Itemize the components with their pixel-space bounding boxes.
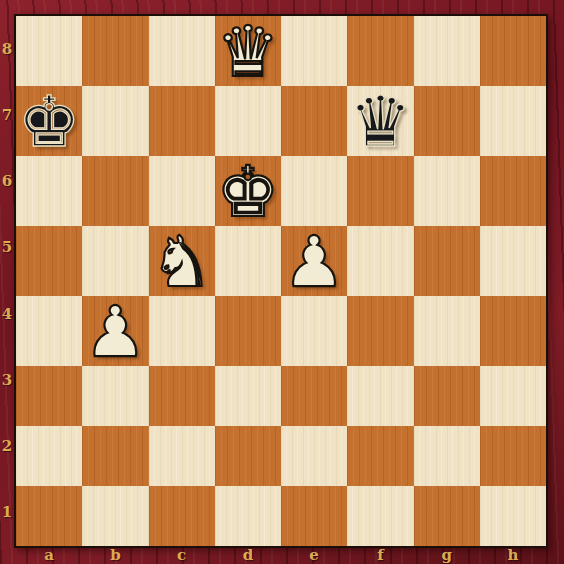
square-a2[interactable] bbox=[16, 426, 82, 486]
rank-label-5: 5 bbox=[0, 215, 14, 281]
square-f2[interactable] bbox=[347, 426, 413, 486]
square-a6[interactable] bbox=[16, 156, 82, 226]
file-label-f: f bbox=[347, 546, 413, 564]
black-queen-f7[interactable]: ♛ bbox=[349, 87, 412, 157]
square-h6[interactable] bbox=[480, 156, 546, 226]
square-c2[interactable] bbox=[149, 426, 215, 486]
rank-label-4: 4 bbox=[0, 281, 14, 347]
square-b1[interactable] bbox=[82, 486, 148, 546]
square-f5[interactable] bbox=[347, 226, 413, 296]
square-h7[interactable] bbox=[480, 86, 546, 156]
square-d1[interactable] bbox=[215, 486, 281, 546]
square-a4[interactable] bbox=[16, 296, 82, 366]
rank-label-7: 7 bbox=[0, 82, 14, 148]
square-c4[interactable] bbox=[149, 296, 215, 366]
white-knight-c5[interactable]: ♞ bbox=[150, 227, 213, 297]
square-d3[interactable] bbox=[215, 366, 281, 426]
square-h3[interactable] bbox=[480, 366, 546, 426]
square-e3[interactable] bbox=[281, 366, 347, 426]
square-b7[interactable] bbox=[82, 86, 148, 156]
square-e7[interactable] bbox=[281, 86, 347, 156]
square-g3[interactable] bbox=[414, 366, 480, 426]
square-c1[interactable] bbox=[149, 486, 215, 546]
square-h8[interactable] bbox=[480, 16, 546, 86]
file-labels: abcdefgh bbox=[16, 546, 546, 564]
square-e4[interactable] bbox=[281, 296, 347, 366]
rank-label-2: 2 bbox=[0, 414, 14, 480]
square-e6[interactable] bbox=[281, 156, 347, 226]
square-c7[interactable] bbox=[149, 86, 215, 156]
rank-label-1: 1 bbox=[0, 480, 14, 546]
file-label-d: d bbox=[215, 546, 281, 564]
square-b6[interactable] bbox=[82, 156, 148, 226]
square-b8[interactable] bbox=[82, 16, 148, 86]
square-e2[interactable] bbox=[281, 426, 347, 486]
square-f6[interactable] bbox=[347, 156, 413, 226]
square-c5[interactable]: ♞ bbox=[149, 226, 215, 296]
file-label-c: c bbox=[149, 546, 215, 564]
file-label-g: g bbox=[414, 546, 480, 564]
square-g8[interactable] bbox=[414, 16, 480, 86]
square-c8[interactable] bbox=[149, 16, 215, 86]
square-d2[interactable] bbox=[215, 426, 281, 486]
white-king-d6[interactable]: ♚ bbox=[216, 157, 279, 227]
white-pawn-e5[interactable]: ♟ bbox=[283, 227, 346, 297]
square-b3[interactable] bbox=[82, 366, 148, 426]
square-f8[interactable] bbox=[347, 16, 413, 86]
square-g1[interactable] bbox=[414, 486, 480, 546]
square-g6[interactable] bbox=[414, 156, 480, 226]
square-h5[interactable] bbox=[480, 226, 546, 296]
square-e8[interactable] bbox=[281, 16, 347, 86]
square-h2[interactable] bbox=[480, 426, 546, 486]
square-e1[interactable] bbox=[281, 486, 347, 546]
square-d7[interactable] bbox=[215, 86, 281, 156]
square-b4[interactable]: ♟ bbox=[82, 296, 148, 366]
square-a3[interactable] bbox=[16, 366, 82, 426]
square-d4[interactable] bbox=[215, 296, 281, 366]
square-g7[interactable] bbox=[414, 86, 480, 156]
white-pawn-b4[interactable]: ♟ bbox=[84, 297, 147, 367]
rank-label-6: 6 bbox=[0, 149, 14, 215]
square-d6[interactable]: ♚ bbox=[215, 156, 281, 226]
square-e5[interactable]: ♟ bbox=[281, 226, 347, 296]
rank-label-3: 3 bbox=[0, 347, 14, 413]
white-queen-d8[interactable]: ♛ bbox=[216, 17, 279, 87]
rank-label-8: 8 bbox=[0, 16, 14, 82]
square-f1[interactable] bbox=[347, 486, 413, 546]
square-d8[interactable]: ♛ bbox=[215, 16, 281, 86]
file-label-b: b bbox=[82, 546, 148, 564]
square-c6[interactable] bbox=[149, 156, 215, 226]
file-label-e: e bbox=[281, 546, 347, 564]
square-g4[interactable] bbox=[414, 296, 480, 366]
square-f3[interactable] bbox=[347, 366, 413, 426]
square-h4[interactable] bbox=[480, 296, 546, 366]
square-f4[interactable] bbox=[347, 296, 413, 366]
board-frame: ♛♚♛♚♞♟♟ 87654321 abcdefgh bbox=[0, 0, 564, 564]
square-a1[interactable] bbox=[16, 486, 82, 546]
square-g2[interactable] bbox=[414, 426, 480, 486]
square-a8[interactable] bbox=[16, 16, 82, 86]
square-g5[interactable] bbox=[414, 226, 480, 296]
square-f7[interactable]: ♛ bbox=[347, 86, 413, 156]
file-label-h: h bbox=[480, 546, 546, 564]
square-c3[interactable] bbox=[149, 366, 215, 426]
rank-labels: 87654321 bbox=[0, 16, 14, 546]
square-b5[interactable] bbox=[82, 226, 148, 296]
square-b2[interactable] bbox=[82, 426, 148, 486]
square-h1[interactable] bbox=[480, 486, 546, 546]
square-a5[interactable] bbox=[16, 226, 82, 296]
black-king-a7[interactable]: ♚ bbox=[18, 87, 81, 157]
file-label-a: a bbox=[16, 546, 82, 564]
square-a7[interactable]: ♚ bbox=[16, 86, 82, 156]
square-d5[interactable] bbox=[215, 226, 281, 296]
chess-board: ♛♚♛♚♞♟♟ bbox=[14, 14, 548, 548]
